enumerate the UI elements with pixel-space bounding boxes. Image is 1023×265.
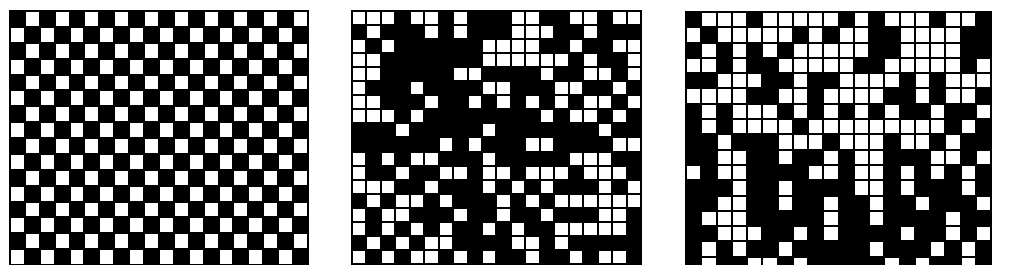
cell-black (855, 197, 868, 210)
cell-black (628, 82, 640, 94)
cell-black (748, 89, 761, 102)
cell-white (555, 223, 567, 235)
cell-white (483, 82, 495, 94)
cell-black (100, 107, 113, 121)
cell-black (916, 181, 929, 194)
cell-black (748, 212, 761, 225)
cell-white (497, 209, 509, 221)
cell-white (382, 153, 394, 165)
cell-black (160, 203, 173, 217)
cell-white (916, 258, 929, 265)
cell-black (599, 110, 611, 122)
cell-white (483, 40, 495, 52)
cell-white (425, 12, 437, 24)
cell-black (100, 171, 113, 185)
cell-white (916, 44, 929, 57)
cell-black (353, 195, 365, 207)
cell-black (840, 105, 853, 118)
cell-white (41, 28, 54, 42)
cell-white (220, 218, 233, 232)
cell-black (613, 54, 625, 66)
cell-black (628, 251, 640, 263)
cell-white (382, 209, 394, 221)
cell-black (425, 138, 437, 150)
cell-black (26, 155, 39, 169)
cell-black (763, 197, 776, 210)
cell-black (411, 237, 423, 249)
cell-black (702, 151, 715, 164)
cell-white (779, 197, 792, 210)
cell-black (512, 195, 524, 207)
cell-white (160, 187, 173, 201)
cell-black (425, 68, 437, 80)
cell-black (249, 107, 262, 121)
cell-black (855, 59, 868, 72)
cell-white (483, 124, 495, 136)
cell-white (584, 54, 596, 66)
cell-white (541, 209, 553, 221)
cell-white (234, 12, 247, 26)
cell-white (190, 250, 203, 264)
cell-black (916, 212, 929, 225)
cell-white (56, 139, 69, 153)
cell-black (901, 242, 914, 255)
cell-white (824, 59, 837, 72)
cell-black (855, 242, 868, 255)
cell-black (824, 28, 837, 41)
cell-white (794, 89, 807, 102)
cell-white (570, 40, 582, 52)
cell-white (840, 28, 853, 41)
cell-black (613, 153, 625, 165)
cell-black (526, 82, 538, 94)
cell-white (718, 28, 731, 41)
cell-black (220, 107, 233, 121)
cell-black (279, 44, 292, 58)
cell-black (613, 124, 625, 136)
cell-black (748, 59, 761, 72)
cell-black (26, 60, 39, 74)
cell-black (555, 26, 567, 38)
cell-white (512, 40, 524, 52)
cell-black (160, 107, 173, 121)
cell-white (411, 195, 423, 207)
cell-white (570, 12, 582, 24)
cell-black (584, 209, 596, 221)
cell-white (454, 26, 466, 38)
cell-white (855, 105, 868, 118)
cell-white (71, 155, 84, 169)
cell-white (115, 76, 128, 90)
cell-black (555, 110, 567, 122)
cell-white (733, 197, 746, 210)
cell-white (855, 135, 868, 148)
cell-white (794, 227, 807, 240)
cell-white (599, 251, 611, 263)
cell-black (220, 44, 233, 58)
cell-black (56, 91, 69, 105)
cell-white (367, 26, 379, 38)
cell-white (205, 44, 218, 58)
cell-white (382, 40, 394, 52)
cell-white (100, 123, 113, 137)
cell-black (100, 234, 113, 248)
cell-white (916, 120, 929, 133)
cell-white (264, 76, 277, 90)
cell-black (946, 197, 959, 210)
cell-white (628, 181, 640, 193)
cell-black (809, 74, 822, 87)
cell-black (901, 74, 914, 87)
cell-black (977, 181, 990, 194)
cell-black (687, 13, 700, 26)
cell-black (718, 44, 731, 57)
cell-black (264, 155, 277, 169)
cell-white (855, 89, 868, 102)
cell-white (733, 151, 746, 164)
cell-black (840, 181, 853, 194)
cell-white (483, 223, 495, 235)
cell-black (541, 82, 553, 94)
cell-white (613, 209, 625, 221)
cell-white (702, 242, 715, 255)
cell-black (454, 96, 466, 108)
cell-white (702, 59, 715, 72)
cell-white (870, 242, 883, 255)
cell-white (916, 135, 929, 148)
cell-black (748, 135, 761, 148)
cell-black (190, 234, 203, 248)
cell-black (454, 195, 466, 207)
cell-white (130, 91, 143, 105)
cell-black (687, 44, 700, 57)
cell-white (824, 89, 837, 102)
cell-white (718, 74, 731, 87)
cell-white (748, 74, 761, 87)
cell-black (794, 197, 807, 210)
cell-black (497, 124, 509, 136)
cell-white (977, 151, 990, 164)
cell-white (353, 96, 365, 108)
cell-black (425, 209, 437, 221)
cell-white (26, 12, 39, 26)
cell-black (454, 237, 466, 249)
cell-black (294, 218, 307, 232)
cell-white (145, 234, 158, 248)
cell-white (555, 167, 567, 179)
cell-white (145, 139, 158, 153)
cell-black (145, 60, 158, 74)
cell-black (512, 96, 524, 108)
cell-white (702, 212, 715, 225)
cell-white (526, 251, 538, 263)
cell-black (763, 181, 776, 194)
cell-black (11, 139, 24, 153)
cell-white (497, 96, 509, 108)
cell-black (85, 60, 98, 74)
cell-black (469, 54, 481, 66)
cell-black (840, 242, 853, 255)
cell-white (855, 151, 868, 164)
cell-black (824, 258, 837, 265)
cell-black (279, 12, 292, 26)
cell-white (353, 181, 365, 193)
cell-black (809, 197, 822, 210)
cell-black (41, 171, 54, 185)
cell-white (526, 167, 538, 179)
cell-black (977, 212, 990, 225)
cell-white (130, 218, 143, 232)
cell-white (931, 242, 944, 255)
cell-white (733, 13, 746, 26)
cell-black (497, 237, 509, 249)
cell-black (931, 227, 944, 240)
cell-white (855, 13, 868, 26)
cell-black (613, 96, 625, 108)
cell-white (175, 234, 188, 248)
cell-black (901, 197, 914, 210)
cell-black (613, 237, 625, 249)
cell-black (396, 110, 408, 122)
cell-white (555, 54, 567, 66)
cell-white (779, 13, 792, 26)
cell-white (570, 195, 582, 207)
cell-white (469, 68, 481, 80)
cell-black (901, 212, 914, 225)
cell-black (702, 166, 715, 179)
cell-black (809, 242, 822, 255)
cell-black (512, 82, 524, 94)
cell-white (85, 171, 98, 185)
cell-white (11, 123, 24, 137)
cell-black (497, 12, 509, 24)
cell-black (411, 26, 423, 38)
cell-white (396, 209, 408, 221)
cell-white (85, 234, 98, 248)
cell-black (382, 54, 394, 66)
cell-black (145, 123, 158, 137)
cell-black (71, 171, 84, 185)
cell-white (353, 54, 365, 66)
cell-black (205, 155, 218, 169)
cell-black (411, 138, 423, 150)
cell-black (454, 138, 466, 150)
cell-black (962, 135, 975, 148)
cell-white (599, 223, 611, 235)
cell-black (526, 110, 538, 122)
cell-white (855, 28, 868, 41)
cell-black (946, 242, 959, 255)
cell-black (130, 171, 143, 185)
cell-white (931, 44, 944, 57)
cell-black (367, 124, 379, 136)
cell-white (748, 227, 761, 240)
cell-black (294, 187, 307, 201)
cell-white (367, 110, 379, 122)
cell-black (946, 166, 959, 179)
cell-white (175, 139, 188, 153)
cell-black (794, 212, 807, 225)
cell-white (56, 171, 69, 185)
cell-white (946, 28, 959, 41)
cell-white (555, 96, 567, 108)
cell-white (599, 96, 611, 108)
cell-black (145, 155, 158, 169)
cell-white (809, 13, 822, 26)
cell-white (220, 155, 233, 169)
cell-white (205, 76, 218, 90)
cell-white (733, 105, 746, 118)
cell-white (555, 195, 567, 207)
cell-white (613, 223, 625, 235)
cell-white (483, 251, 495, 263)
cell-black (946, 181, 959, 194)
cell-white (779, 151, 792, 164)
cell-black (931, 13, 944, 26)
grid-checkerboard (9, 10, 309, 265)
cell-white (526, 237, 538, 249)
cell-white (885, 13, 898, 26)
cell-white (779, 120, 792, 133)
cell-white (264, 107, 277, 121)
cell-white (454, 68, 466, 80)
cell-white (855, 166, 868, 179)
cell-black (748, 166, 761, 179)
cell-black (175, 250, 188, 264)
cell-white (885, 74, 898, 87)
cell-white (382, 181, 394, 193)
cell-black (824, 135, 837, 148)
cell-white (411, 12, 423, 24)
cell-black (885, 44, 898, 57)
cell-white (687, 28, 700, 41)
cell-black (440, 181, 452, 193)
cell-white (870, 166, 883, 179)
cell-black (570, 181, 582, 193)
cell-white (901, 181, 914, 194)
cell-white (367, 54, 379, 66)
cell-black (11, 234, 24, 248)
cell-black (570, 54, 582, 66)
cell-white (85, 12, 98, 26)
cell-black (130, 234, 143, 248)
cell-white (234, 44, 247, 58)
cell-white (85, 107, 98, 121)
cell-black (840, 13, 853, 26)
cell-black (733, 135, 746, 148)
cell-black (249, 234, 262, 248)
cell-black (870, 227, 883, 240)
cell-black (130, 76, 143, 90)
cell-black (469, 167, 481, 179)
cell-black (234, 28, 247, 42)
cell-white (870, 120, 883, 133)
cell-white (367, 237, 379, 249)
cell-black (570, 26, 582, 38)
cell-white (733, 181, 746, 194)
cell-white (100, 60, 113, 74)
cell-white (840, 44, 853, 57)
cell-black (396, 181, 408, 193)
cell-black (613, 26, 625, 38)
cell-black (483, 138, 495, 150)
cell-white (512, 223, 524, 235)
cell-black (454, 223, 466, 235)
cell-white (946, 59, 959, 72)
cell-black (599, 82, 611, 94)
cell-black (916, 105, 929, 118)
cell-white (294, 44, 307, 58)
cell-black (115, 28, 128, 42)
cell-black (367, 251, 379, 263)
cell-black (794, 120, 807, 133)
cell-black (977, 135, 990, 148)
cell-black (130, 12, 143, 26)
cell-white (570, 110, 582, 122)
cell-white (264, 234, 277, 248)
cell-white (628, 54, 640, 66)
cell-black (809, 151, 822, 164)
cell-black (469, 209, 481, 221)
cell-black (396, 68, 408, 80)
cell-white (234, 139, 247, 153)
cell-white (264, 203, 277, 217)
cell-black (234, 91, 247, 105)
cell-white (962, 89, 975, 102)
cell-white (85, 203, 98, 217)
cell-black (396, 96, 408, 108)
cell-white (946, 89, 959, 102)
cell-black (687, 105, 700, 118)
cell-white (41, 155, 54, 169)
cell-white (264, 12, 277, 26)
cell-black (628, 223, 640, 235)
cell-black (512, 124, 524, 136)
cell-white (234, 76, 247, 90)
cell-black (469, 26, 481, 38)
cell-black (411, 96, 423, 108)
cell-black (411, 54, 423, 66)
cell-black (628, 110, 640, 122)
cell-white (41, 123, 54, 137)
cell-white (205, 171, 218, 185)
cell-black (382, 138, 394, 150)
cell-black (763, 59, 776, 72)
cell-white (440, 138, 452, 150)
cell-white (570, 153, 582, 165)
cell-black (977, 242, 990, 255)
cell-black (779, 227, 792, 240)
cell-white (294, 171, 307, 185)
cell-black (794, 166, 807, 179)
cell-white (946, 74, 959, 87)
cell-black (885, 212, 898, 225)
cell-white (733, 59, 746, 72)
cell-white (367, 68, 379, 80)
cell-black (483, 209, 495, 221)
cell-white (916, 13, 929, 26)
cell-black (71, 139, 84, 153)
cell-white (885, 59, 898, 72)
cell-white (570, 82, 582, 94)
cell-white (382, 12, 394, 24)
cell-white (190, 60, 203, 74)
cell-white (946, 227, 959, 240)
cell-black (454, 181, 466, 193)
cell-black (175, 123, 188, 137)
cell-black (779, 166, 792, 179)
cell-white (440, 223, 452, 235)
